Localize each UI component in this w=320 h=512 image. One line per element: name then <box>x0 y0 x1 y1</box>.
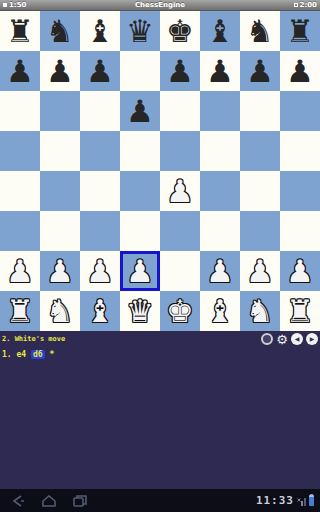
square-f4[interactable] <box>200 171 240 211</box>
app-status-bar: ChessEngine 1:50 2:00 <box>0 0 320 11</box>
white-rook: ♜ <box>286 291 314 331</box>
square-c3[interactable] <box>80 211 120 251</box>
square-a3[interactable] <box>0 211 40 251</box>
square-d4[interactable] <box>120 171 160 211</box>
app-title: ChessEngine <box>0 1 320 9</box>
white-king: ♚ <box>166 291 194 331</box>
black-pawn: ♟ <box>286 51 314 91</box>
white-knight: ♞ <box>246 291 274 331</box>
square-c4[interactable] <box>80 171 120 211</box>
square-e8[interactable]: ♚ <box>160 11 200 51</box>
square-e1[interactable]: ♚ <box>160 291 200 331</box>
square-g6[interactable] <box>240 91 280 131</box>
white-pawn: ♟ <box>206 251 234 291</box>
system-nav-bar: 11:33 <box>0 489 320 512</box>
square-d6[interactable]: ♟ <box>120 91 160 131</box>
square-a4[interactable] <box>0 171 40 211</box>
square-e2[interactable] <box>160 251 200 291</box>
square-h8[interactable]: ♜ <box>280 11 320 51</box>
back-button[interactable] <box>10 494 26 508</box>
square-f2[interactable]: ♟ <box>200 251 240 291</box>
square-f1[interactable]: ♝ <box>200 291 240 331</box>
square-e3[interactable] <box>160 211 200 251</box>
square-a1[interactable]: ♜ <box>0 291 40 331</box>
white-pawn: ♟ <box>86 251 114 291</box>
black-pawn: ♟ <box>86 51 114 91</box>
square-h6[interactable] <box>280 91 320 131</box>
square-g7[interactable]: ♟ <box>240 51 280 91</box>
square-c7[interactable]: ♟ <box>80 51 120 91</box>
recent-apps-button[interactable] <box>72 494 88 508</box>
square-c6[interactable] <box>80 91 120 131</box>
home-button[interactable] <box>41 494 57 508</box>
black-rook: ♜ <box>6 11 34 51</box>
white-clock: 1:50 <box>3 1 26 9</box>
square-h2[interactable]: ♟ <box>280 251 320 291</box>
chess-app-screen: ChessEngine 1:50 2:00 ♜♞♝♛♚♝♞♜♟♟♟♟♟♟♟♟♟♟… <box>0 0 320 512</box>
white-pawn: ♟ <box>126 251 154 291</box>
square-b1[interactable]: ♞ <box>40 291 80 331</box>
square-b7[interactable]: ♟ <box>40 51 80 91</box>
black-pawn: ♟ <box>206 51 234 91</box>
move-list-suffix: * <box>49 350 54 359</box>
black-king: ♚ <box>166 11 194 51</box>
current-move[interactable]: d6 <box>31 350 45 359</box>
square-f7[interactable]: ♟ <box>200 51 240 91</box>
square-a5[interactable] <box>0 131 40 171</box>
white-pawn: ♟ <box>166 171 194 211</box>
square-c5[interactable] <box>80 131 120 171</box>
black-pawn: ♟ <box>166 51 194 91</box>
square-c1[interactable]: ♝ <box>80 291 120 331</box>
square-f6[interactable] <box>200 91 240 131</box>
square-b5[interactable] <box>40 131 80 171</box>
square-b8[interactable]: ♞ <box>40 11 80 51</box>
square-d5[interactable] <box>120 131 160 171</box>
white-clock-icon <box>3 3 7 7</box>
black-rook: ♜ <box>286 11 314 51</box>
square-g4[interactable] <box>240 171 280 211</box>
square-g8[interactable]: ♞ <box>240 11 280 51</box>
square-e5[interactable] <box>160 131 200 171</box>
white-clock-time: 1:50 <box>9 1 26 9</box>
white-queen: ♛ <box>126 291 154 331</box>
toolbar: 2. White's move ⚙ ◀ ▶ <box>0 331 320 347</box>
square-b4[interactable] <box>40 171 80 211</box>
next-move-button[interactable]: ▶ <box>306 333 318 345</box>
square-h4[interactable] <box>280 171 320 211</box>
white-pawn: ♟ <box>6 251 34 291</box>
square-b3[interactable] <box>40 211 80 251</box>
square-e7[interactable]: ♟ <box>160 51 200 91</box>
black-clock-time: 2:00 <box>300 1 317 9</box>
move-list-prefix: 1. e4 <box>2 350 26 359</box>
settings-gear-icon[interactable]: ⚙ <box>276 333 288 346</box>
black-bishop: ♝ <box>206 11 234 51</box>
system-clock: 11:33 <box>256 494 294 507</box>
white-pawn: ♟ <box>46 251 74 291</box>
square-e4[interactable]: ♟ <box>160 171 200 211</box>
square-f5[interactable] <box>200 131 240 171</box>
square-h5[interactable] <box>280 131 320 171</box>
square-e6[interactable] <box>160 91 200 131</box>
square-c8[interactable]: ♝ <box>80 11 120 51</box>
white-rook: ♜ <box>6 291 34 331</box>
previous-move-button[interactable]: ◀ <box>291 333 303 345</box>
black-clock: 2:00 <box>294 1 317 9</box>
square-d1[interactable]: ♛ <box>120 291 160 331</box>
next-move-icon: ▶ <box>310 336 315 342</box>
square-f8[interactable]: ♝ <box>200 11 240 51</box>
square-b2[interactable]: ♟ <box>40 251 80 291</box>
signal-icon <box>297 496 307 506</box>
black-bishop: ♝ <box>86 11 114 51</box>
square-h1[interactable]: ♜ <box>280 291 320 331</box>
white-bishop: ♝ <box>86 291 114 331</box>
previous-move-icon: ◀ <box>295 336 300 342</box>
white-knight: ♞ <box>46 291 74 331</box>
black-pawn: ♟ <box>126 91 154 131</box>
square-h7[interactable]: ♟ <box>280 51 320 91</box>
square-g5[interactable] <box>240 131 280 171</box>
black-pawn: ♟ <box>6 51 34 91</box>
toolbar-icons: ⚙ ◀ ▶ <box>261 333 318 346</box>
black-pawn: ♟ <box>246 51 274 91</box>
square-a8[interactable]: ♜ <box>0 11 40 51</box>
square-g2[interactable]: ♟ <box>240 251 280 291</box>
square-d8[interactable]: ♛ <box>120 11 160 51</box>
white-bishop: ♝ <box>206 291 234 331</box>
white-pawn: ♟ <box>286 251 314 291</box>
square-f3[interactable] <box>200 211 240 251</box>
rotate-board-icon[interactable] <box>261 333 273 345</box>
black-knight: ♞ <box>246 11 274 51</box>
square-c2[interactable]: ♟ <box>80 251 120 291</box>
square-d2[interactable]: ♟ <box>120 251 160 291</box>
black-knight: ♞ <box>46 11 74 51</box>
square-a2[interactable]: ♟ <box>0 251 40 291</box>
black-queen: ♛ <box>126 11 154 51</box>
square-a6[interactable] <box>0 91 40 131</box>
square-g3[interactable] <box>240 211 280 251</box>
white-pawn: ♟ <box>246 251 274 291</box>
battery-icon <box>309 495 314 506</box>
square-b6[interactable] <box>40 91 80 131</box>
square-a7[interactable]: ♟ <box>0 51 40 91</box>
square-d3[interactable] <box>120 211 160 251</box>
chess-board[interactable]: ♜♞♝♛♚♝♞♜♟♟♟♟♟♟♟♟♟♟♟♟♟♟♟♟♜♞♝♛♚♝♞♜ <box>0 11 320 331</box>
square-g1[interactable]: ♞ <box>240 291 280 331</box>
black-pawn: ♟ <box>46 51 74 91</box>
square-h3[interactable] <box>280 211 320 251</box>
move-list[interactable]: 1. e4 d6 * <box>0 347 320 489</box>
move-status-text: 2. White's move <box>2 335 65 343</box>
square-d7[interactable] <box>120 51 160 91</box>
black-clock-icon <box>294 3 298 7</box>
